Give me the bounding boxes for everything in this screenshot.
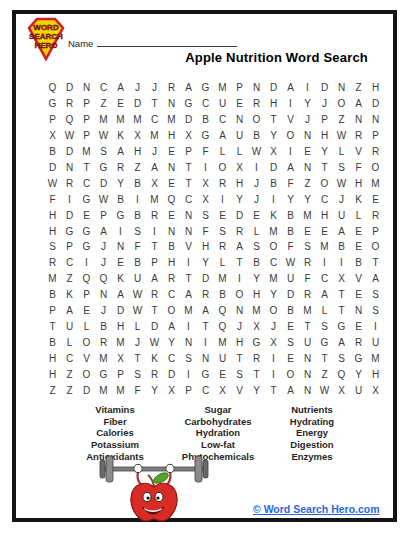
grid-cell: E [231,96,248,112]
grid-cell: D [112,303,129,319]
grid-cell: J [95,255,112,271]
grid-cell: O [367,159,384,175]
grid-cell: S [129,366,146,382]
grid-cell: W [248,144,265,160]
grid-cell: R [44,255,61,271]
grid-cell: U [333,207,350,223]
grid-cell: N [163,159,180,175]
grid-cell: Z [333,112,350,128]
grid-cell: E [214,207,231,223]
apple-left-pupil [146,496,149,499]
grid-cell: S [316,318,333,334]
barbell-left-big-plate [106,456,113,482]
grid-cell: H [350,175,367,191]
grid-cell: L [231,144,248,160]
grid-cell: C [163,287,180,303]
grid-cell: G [78,239,95,255]
grid-cell: S [367,303,384,319]
grid-cell: N [95,287,112,303]
grid-cell: D [265,159,282,175]
grid-cell: J [333,191,350,207]
grid-cell: S [333,159,350,175]
grid-cell: O [333,96,350,112]
grid-cell: D [61,144,78,160]
word-search-hero-logo: WORD SEARCH HERO [26,17,66,61]
grid-cell: B [282,207,299,223]
grid-cell: Q [214,318,231,334]
word-list-item: Nutrients [257,404,367,416]
grid-cell: O [214,159,231,175]
grid-cell: Z [95,96,112,112]
grid-cell: E [350,223,367,239]
grid-cell: W [44,175,61,191]
grid-cell: B [129,207,146,223]
grid-cell: K [112,128,129,144]
grid-cell: G [112,207,129,223]
grid-cell: J [265,318,282,334]
grid-cell: F [197,144,214,160]
grid-cell: T [333,287,350,303]
grid-cell: D [180,112,197,128]
grid-cell: W [129,303,146,319]
grid-cell: Z [61,271,78,287]
grid-cell: Y [350,366,367,382]
grid-cell: J [95,303,112,319]
grid-cell: T [197,318,214,334]
barbell-left-small-plate [100,460,105,478]
grid-cell: Q [163,191,180,207]
grid-cell: R [367,207,384,223]
word-list-item: Digestion [257,439,367,451]
grid-cell: I [231,271,248,287]
barbell-right-small-plate [203,460,208,478]
grid-cell: O [282,128,299,144]
grid-cell: X [163,382,180,398]
grid-cell: E [282,318,299,334]
grid-cell: M [367,350,384,366]
grid-cell: M [78,144,95,160]
grid-cell: O [231,287,248,303]
grid-cell: D [163,366,180,382]
grid-cell: Y [146,382,163,398]
grid-cell: M [265,223,282,239]
grid-cell: X [265,144,282,160]
grid-cell: W [146,334,163,350]
grid-cell: R [146,366,163,382]
grid-cell: R [61,96,78,112]
grid-cell: P [180,144,197,160]
grid-cell: D [61,207,78,223]
grid-cell: D [316,80,333,96]
grid-cell: S [248,239,265,255]
apple-barbell-illustration [98,452,210,528]
grid-cell: A [367,271,384,287]
footer-link[interactable]: © Word Search Hero.com [253,503,380,515]
grid-cell: M [95,350,112,366]
word-list-column: NutrientsHydratingEnergyDigestionEnzymes [257,404,367,463]
grid-cell: L [333,144,350,160]
grid-cell: J [129,334,146,350]
grid-cell: T [146,96,163,112]
grid-cell: W [333,175,350,191]
grid-cell: A [61,303,78,319]
grid-cell: N [299,366,316,382]
grid-cell: O [316,175,333,191]
grid-cell: V [78,350,95,366]
name-blank-line [97,36,237,47]
grid-cell: Q [95,271,112,287]
grid-cell: F [350,159,367,175]
grid-cell: W [316,382,333,398]
grid-cell: B [282,303,299,319]
grid-cell: A [180,287,197,303]
grid-cell: E [163,175,180,191]
grid-cell: M [95,382,112,398]
grid-cell: M [112,112,129,128]
grid-cell: I [265,366,282,382]
grid-cell: T [316,350,333,366]
grid-cell: C [316,191,333,207]
grid-cell: M [316,239,333,255]
grid-cell: K [265,207,282,223]
grid-cell: I [112,223,129,239]
grid-cell: R [163,80,180,96]
grid-cell: T [180,159,197,175]
grid-cell: I [214,191,231,207]
grid-cell: H [316,207,333,223]
grid-cell: K [146,350,163,366]
grid-cell: N [180,223,197,239]
grid-cell: Y [265,128,282,144]
grid-cell: F [282,175,299,191]
grid-cell: F [129,382,146,398]
grid-cell: U [350,382,367,398]
apple-right-pupil [156,496,159,499]
grid-cell: M [180,303,197,319]
grid-cell: G [61,223,78,239]
grid-cell: D [129,96,146,112]
grid-cell: P [78,96,95,112]
grid-cell: I [146,223,163,239]
grid-cell: R [146,207,163,223]
grid-cell: A [333,223,350,239]
grid-cell: K [350,191,367,207]
grid-cell: L [78,318,95,334]
grid-cell: R [214,239,231,255]
grid-cell: R [146,287,163,303]
grid-cell: T [316,159,333,175]
grid-cell: P [146,255,163,271]
grid-cell: D [146,318,163,334]
grid-cell: K [112,271,129,287]
grid-cell: E [299,144,316,160]
grid-cell: H [112,318,129,334]
grid-cell: I [180,366,197,382]
grid-cell: B [129,255,146,271]
grid-cell: E [78,303,95,319]
grid-cell: C [197,96,214,112]
grid-cell: G [95,159,112,175]
grid-cell: G [44,96,61,112]
grid-cell: L [248,223,265,239]
grid-cell: M [163,112,180,128]
grid-cell: E [78,207,95,223]
grid-cell: I [197,159,214,175]
grid-cell: S [129,223,146,239]
grid-cell: B [265,175,282,191]
grid-cell: C [265,255,282,271]
grid-cell: M [265,271,282,287]
grid-cell: S [180,350,197,366]
grid-cell: Y [163,334,180,350]
grid-cell: N [350,303,367,319]
grid-cell: R [248,350,265,366]
word-list-item: Potassium [60,439,170,451]
grid-cell: B [248,128,265,144]
grid-cell: O [367,239,384,255]
grid-cell: X [333,382,350,398]
grid-cell: E [112,255,129,271]
grid-cell: H [316,128,333,144]
grid-cell: A [282,159,299,175]
grid-cell: N [248,80,265,96]
grid-cell: Y [197,255,214,271]
grid-cell: A [112,144,129,160]
grid-cell: N [299,382,316,398]
grid-cell: F [299,271,316,287]
grid-cell: O [265,303,282,319]
grid-cell: R [350,128,367,144]
grid-cell: B [163,239,180,255]
grid-cell: Q [61,112,78,128]
grid-cell: G [180,96,197,112]
grid-cell: M [214,80,231,96]
grid-cell: A [180,80,197,96]
grid-cell: E [350,239,367,255]
grid-cell: T [78,159,95,175]
grid-cell: Z [299,175,316,191]
grid-cell: D [95,175,112,191]
grid-cell: W [129,287,146,303]
grid-cell: N [299,128,316,144]
grid-cell: R [95,334,112,350]
grid-cell: E [163,207,180,223]
grid-cell: G [197,366,214,382]
grid-cell: P [44,112,61,128]
grid-cell: B [44,144,61,160]
grid-cell: X [214,382,231,398]
grid-cell: S [231,366,248,382]
grid-cell: O [282,366,299,382]
grid-cell: Y [299,191,316,207]
grid-cell: W [282,255,299,271]
grid-cell: U [299,334,316,350]
grid-cell: N [61,159,78,175]
barbell-bar [102,467,206,471]
grid-cell: P [95,207,112,223]
grid-cell: M [214,334,231,350]
worksheet-page: { "game": "word-search", "position": "QD… [0,0,416,539]
grid-cell: D [44,159,61,175]
grid-cell: R [350,334,367,350]
grid-cell: M [146,191,163,207]
logo-text-word: WORD [33,23,59,32]
grid-cell: X [248,318,265,334]
grid-cell: O [163,303,180,319]
grid-cell: T [299,318,316,334]
grid-cell: H [367,366,384,382]
grid-cell: M [146,128,163,144]
grid-cell: B [333,239,350,255]
grid-cell: W [95,128,112,144]
grid-cell: M [129,112,146,128]
grid-cell: Y [231,191,248,207]
grid-cell: A [146,271,163,287]
grid-cell: E [112,96,129,112]
grid-cell: Y [112,175,129,191]
grid-cell: W [95,191,112,207]
grid-cell: N [163,223,180,239]
grid-cell: I [180,255,197,271]
grid-cell: E [163,144,180,160]
grid-cell: N [78,80,95,96]
grid-cell: M [44,271,61,287]
grid-cell: T [231,350,248,366]
word-list-item: Enzymes [257,451,367,463]
grid-cell: C [180,191,197,207]
grid-cell: C [197,382,214,398]
grid-cell: R [197,287,214,303]
grid-cell: N [299,350,316,366]
grid-cell: A [282,382,299,398]
grid-cell: Z [129,159,146,175]
grid-cell: B [214,287,231,303]
grid-cell: A [316,287,333,303]
grid-cell: H [44,223,61,239]
grid-cell: B [44,287,61,303]
grid-cell: P [112,366,129,382]
grid-cell: G [350,350,367,366]
barbell-right-big-plate [195,456,202,482]
grid-cell: B [282,223,299,239]
grid-cell: M [112,382,129,398]
grid-cell: H [44,207,61,223]
grid-cell: C [316,271,333,287]
grid-cell: U [214,350,231,366]
grid-cell: D [197,271,214,287]
grid-cell: C [78,175,95,191]
grid-cell: R [163,271,180,287]
left-glove [134,464,142,472]
grid-cell: A [333,334,350,350]
grid-cell: T [265,112,282,128]
grid-cell: U [214,96,231,112]
grid-cell: R [231,223,248,239]
grid-cell: X [129,128,146,144]
grid-cell: H [163,255,180,271]
grid-cell: J [231,318,248,334]
grid-cell: X [333,271,350,287]
grid-cell: A [163,318,180,334]
grid-cell: V [350,271,367,287]
grid-cell: E [214,366,231,382]
grid-cell: G [197,80,214,96]
worksheet-frame: WORD SEARCH HERO Name Apple Nutrition Wo… [12,10,397,522]
grid-cell: A [197,303,214,319]
grid-cell: H [197,239,214,255]
grid-cell: A [350,96,367,112]
grid-cell: N [163,96,180,112]
right-glove [166,464,174,472]
grid-cell: B [129,175,146,191]
grid-cell: I [282,96,299,112]
grid-cell: W [61,128,78,144]
grid-cell: T [146,239,163,255]
grid-cell: R [299,255,316,271]
grid-cell: N [197,350,214,366]
grid-cell: B [248,255,265,271]
grid-cell: I [333,255,350,271]
word-list-item: Hydrating [257,416,367,428]
grid-cell: O [248,112,265,128]
grid-cell: D [78,382,95,398]
grid-cell: L [350,207,367,223]
grid-cell: F [129,239,146,255]
grid-cell: E [299,223,316,239]
grid-cell: G [95,366,112,382]
grid-cell: M [299,303,316,319]
grid-cell: J [146,80,163,96]
grid-cell: I [248,159,265,175]
page-title: Apple Nutrition Word Search [185,50,368,65]
grid-cell: H [163,128,180,144]
grid-cell: Y [248,382,265,398]
grid-cell: M [95,112,112,128]
grid-cell: X [112,350,129,366]
grid-cell: M [248,303,265,319]
grid-cell: I [129,191,146,207]
grid-cell: T [146,303,163,319]
grid-cell: D [61,80,78,96]
grid-cell: H [367,80,384,96]
word-list-item: Fiber [60,416,170,428]
grid-cell: E [367,191,384,207]
grid-cell: H [248,287,265,303]
grid-cell: G [78,223,95,239]
name-row: Name [68,36,237,49]
grid-cell: H [231,175,248,191]
grid-cell: Y [282,191,299,207]
grid-cell: U [367,334,384,350]
grid-cell: B [112,191,129,207]
grid-cell: P [44,303,61,319]
grid-cell: E [282,350,299,366]
grid-cell: B [350,255,367,271]
grid-cell: I [61,191,78,207]
grid-cell: I [180,318,197,334]
grid-cell: S [214,223,231,239]
grid-cell: L [61,334,78,350]
grid-cell: A [282,80,299,96]
grid-cell: I [299,80,316,96]
grid-cell: N [367,112,384,128]
grid-cell: A [112,80,129,96]
grid-cell: G [248,334,265,350]
grid-cell: Z [350,80,367,96]
grid-cell: X [180,128,197,144]
grid-cell: O [78,334,95,350]
grid-cell: V [350,144,367,160]
